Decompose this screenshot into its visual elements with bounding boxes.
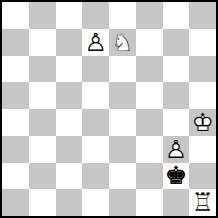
square-a2[interactable] (2, 163, 29, 190)
square-g2[interactable]: ♚♚ (163, 163, 190, 190)
chess-board: ♟♙♞♘♚♔♟♙♚♚♜♖ (2, 2, 216, 216)
square-c1[interactable] (56, 189, 83, 216)
square-h6[interactable] (189, 56, 216, 83)
square-f2[interactable] (136, 163, 163, 190)
square-b8[interactable] (29, 2, 56, 29)
square-d2[interactable] (82, 163, 109, 190)
square-f6[interactable] (136, 56, 163, 83)
square-h1[interactable]: ♜♖ (189, 189, 216, 216)
square-g6[interactable] (163, 56, 190, 83)
white-knight: ♞♘ (111, 30, 133, 55)
square-c2[interactable] (56, 163, 83, 190)
square-c3[interactable] (56, 136, 83, 163)
square-e8[interactable] (109, 2, 136, 29)
square-e1[interactable] (109, 189, 136, 216)
square-a5[interactable] (2, 82, 29, 109)
chess-board-frame: ♟♙♞♘♚♔♟♙♚♚♜♖ (0, 0, 218, 218)
square-f1[interactable] (136, 189, 163, 216)
square-c7[interactable] (56, 29, 83, 56)
square-d6[interactable] (82, 56, 109, 83)
square-f3[interactable] (136, 136, 163, 163)
square-d7[interactable]: ♟♙ (82, 29, 109, 56)
square-d3[interactable] (82, 136, 109, 163)
square-e5[interactable] (109, 82, 136, 109)
white-pawn: ♟♙ (84, 30, 106, 55)
square-b1[interactable] (29, 189, 56, 216)
square-a8[interactable] (2, 2, 29, 29)
square-a6[interactable] (2, 56, 29, 83)
square-h3[interactable] (189, 136, 216, 163)
square-c8[interactable] (56, 2, 83, 29)
square-e4[interactable] (109, 109, 136, 136)
white-pawn: ♟♙ (165, 137, 187, 162)
white-pawn-outline-glyph: ♙ (84, 30, 106, 55)
square-h2[interactable] (189, 163, 216, 190)
square-c4[interactable] (56, 109, 83, 136)
square-h7[interactable] (189, 29, 216, 56)
square-g8[interactable] (163, 2, 190, 29)
square-d5[interactable] (82, 82, 109, 109)
square-a4[interactable] (2, 109, 29, 136)
square-e6[interactable] (109, 56, 136, 83)
square-c5[interactable] (56, 82, 83, 109)
square-h4[interactable]: ♚♔ (189, 109, 216, 136)
square-a3[interactable] (2, 136, 29, 163)
white-king-outline-glyph: ♔ (191, 110, 213, 135)
square-g3[interactable]: ♟♙ (163, 136, 190, 163)
square-f5[interactable] (136, 82, 163, 109)
square-e7[interactable]: ♞♘ (109, 29, 136, 56)
square-g4[interactable] (163, 109, 190, 136)
white-knight-outline-glyph: ♘ (111, 30, 133, 55)
square-f4[interactable] (136, 109, 163, 136)
white-rook-outline-glyph: ♖ (191, 190, 213, 215)
white-pawn-outline-glyph: ♙ (165, 137, 187, 162)
square-d4[interactable] (82, 109, 109, 136)
square-e3[interactable] (109, 136, 136, 163)
square-f7[interactable] (136, 29, 163, 56)
black-king-outline-glyph: ♚ (165, 163, 187, 188)
square-b6[interactable] (29, 56, 56, 83)
white-rook: ♜♖ (191, 190, 213, 215)
white-king: ♚♔ (191, 110, 213, 135)
square-d1[interactable] (82, 189, 109, 216)
square-b3[interactable] (29, 136, 56, 163)
square-g5[interactable] (163, 82, 190, 109)
square-b5[interactable] (29, 82, 56, 109)
square-b7[interactable] (29, 29, 56, 56)
square-f8[interactable] (136, 2, 163, 29)
square-a7[interactable] (2, 29, 29, 56)
black-king: ♚♚ (165, 163, 187, 188)
square-a1[interactable] (2, 189, 29, 216)
square-h8[interactable] (189, 2, 216, 29)
square-e2[interactable] (109, 163, 136, 190)
square-g7[interactable] (163, 29, 190, 56)
square-b4[interactable] (29, 109, 56, 136)
square-d8[interactable] (82, 2, 109, 29)
square-h5[interactable] (189, 82, 216, 109)
square-c6[interactable] (56, 56, 83, 83)
square-b2[interactable] (29, 163, 56, 190)
square-g1[interactable] (163, 189, 190, 216)
